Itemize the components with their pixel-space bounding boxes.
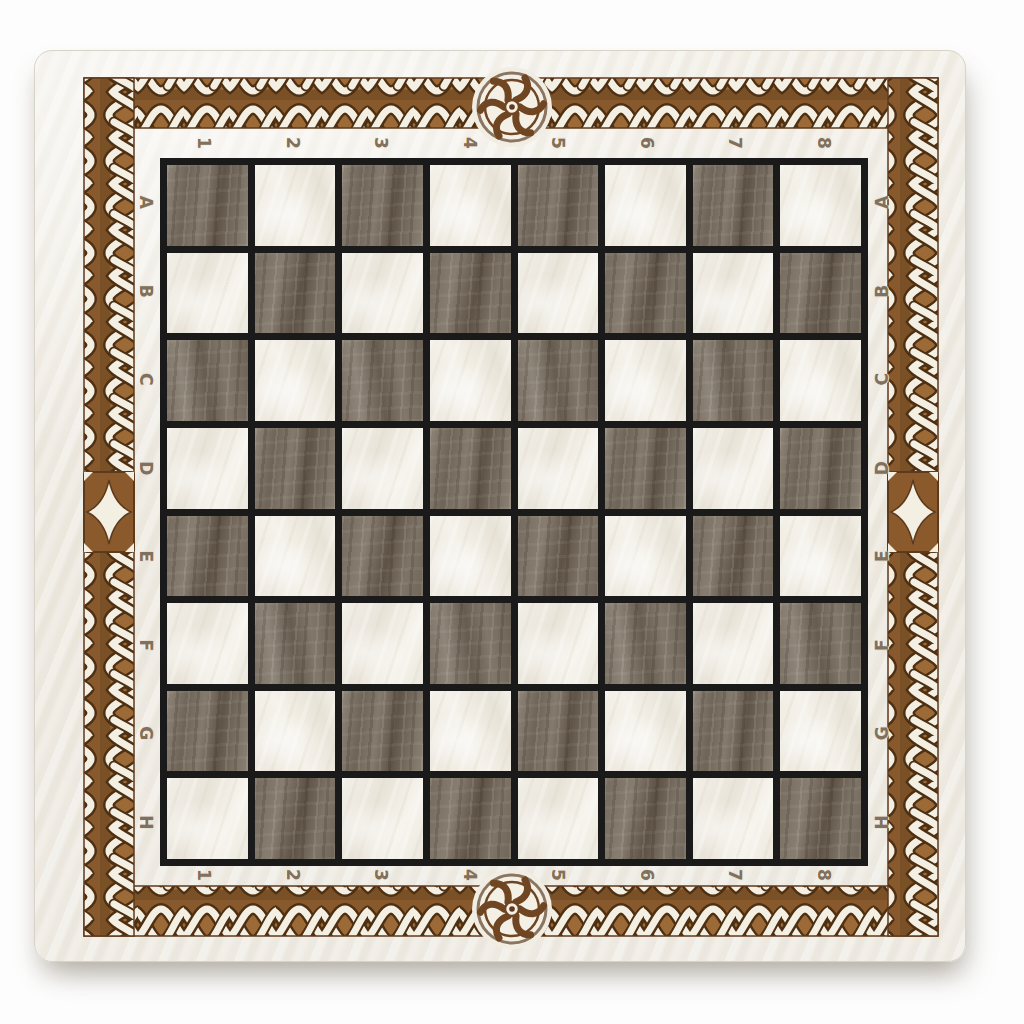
square-C7[interactable]: [693, 340, 774, 421]
square-F4[interactable]: [430, 603, 511, 684]
top-label-5: 5: [545, 99, 571, 188]
bottom-label-4: 4: [459, 831, 481, 920]
square-B2[interactable]: [255, 253, 336, 334]
left-label-B: B: [101, 277, 190, 304]
left-label-F: F: [101, 631, 190, 658]
top-label-6: 6: [634, 99, 660, 188]
square-C3[interactable]: [342, 340, 423, 421]
bottom-label-7: 7: [724, 831, 746, 920]
right-label-H: H: [838, 808, 927, 835]
square-G7[interactable]: [693, 691, 774, 772]
square-F3[interactable]: [342, 603, 423, 684]
square-B4[interactable]: [430, 253, 511, 334]
square-E5[interactable]: [518, 516, 599, 597]
left-label-A: A: [101, 189, 190, 216]
file-labels-bottom: 12345678: [160, 864, 868, 886]
square-F7[interactable]: [693, 603, 774, 684]
bottom-label-8: 8: [813, 831, 835, 920]
square-G2[interactable]: [255, 691, 336, 772]
square-E4[interactable]: [430, 516, 511, 597]
left-label-G: G: [101, 720, 190, 747]
board-grid: [160, 158, 868, 866]
right-label-E: E: [838, 543, 927, 570]
right-label-B: B: [838, 277, 927, 304]
square-F2[interactable]: [255, 603, 336, 684]
bottom-label-1: 1: [193, 831, 215, 920]
square-E2[interactable]: [255, 516, 336, 597]
square-E6[interactable]: [605, 516, 686, 597]
right-label-F: F: [838, 631, 927, 658]
square-G4[interactable]: [430, 691, 511, 772]
rank-labels-right: ABCDEFGH: [869, 158, 896, 866]
square-D2[interactable]: [255, 428, 336, 509]
right-label-A: A: [838, 189, 927, 216]
square-C2[interactable]: [255, 340, 336, 421]
left-label-D: D: [101, 454, 190, 481]
square-E7[interactable]: [693, 516, 774, 597]
chess-board-photo: 12345678 12345678 ABCDEFGH ABCDEFGH: [0, 0, 1024, 1024]
top-label-7: 7: [722, 99, 748, 188]
square-D3[interactable]: [342, 428, 423, 509]
right-label-C: C: [838, 366, 927, 393]
square-B3[interactable]: [342, 253, 423, 334]
left-label-E: E: [101, 543, 190, 570]
square-C6[interactable]: [605, 340, 686, 421]
left-label-C: C: [101, 366, 190, 393]
square-D5[interactable]: [518, 428, 599, 509]
right-label-D: D: [838, 454, 927, 481]
bottom-label-5: 5: [547, 831, 569, 920]
square-C4[interactable]: [430, 340, 511, 421]
square-B7[interactable]: [693, 253, 774, 334]
file-labels-top: 12345678: [160, 130, 868, 156]
square-B5[interactable]: [518, 253, 599, 334]
top-label-2: 2: [280, 99, 306, 188]
top-label-4: 4: [457, 99, 483, 188]
square-D6[interactable]: [605, 428, 686, 509]
top-label-8: 8: [811, 99, 837, 188]
right-label-G: G: [838, 720, 927, 747]
square-F5[interactable]: [518, 603, 599, 684]
bottom-label-6: 6: [636, 831, 658, 920]
square-G3[interactable]: [342, 691, 423, 772]
left-label-H: H: [101, 808, 190, 835]
top-label-3: 3: [368, 99, 394, 188]
bottom-label-2: 2: [282, 831, 304, 920]
square-B6[interactable]: [605, 253, 686, 334]
square-E3[interactable]: [342, 516, 423, 597]
square-D4[interactable]: [430, 428, 511, 509]
square-G5[interactable]: [518, 691, 599, 772]
bottom-label-3: 3: [370, 831, 392, 920]
square-F6[interactable]: [605, 603, 686, 684]
square-D7[interactable]: [693, 428, 774, 509]
square-C5[interactable]: [518, 340, 599, 421]
rank-labels-left: ABCDEFGH: [132, 158, 159, 866]
square-G6[interactable]: [605, 691, 686, 772]
top-label-1: 1: [191, 99, 217, 188]
